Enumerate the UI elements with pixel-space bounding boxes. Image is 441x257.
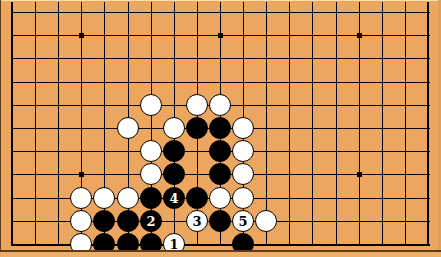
stone-white xyxy=(140,94,162,116)
stone-white xyxy=(163,117,185,139)
star-point xyxy=(357,33,362,38)
stone-black-move-4: 4 xyxy=(163,187,185,209)
frame-bevel-left xyxy=(0,0,1,257)
stone-white xyxy=(209,187,231,209)
stone-white xyxy=(93,187,115,209)
stone-white xyxy=(70,187,92,209)
stone-white xyxy=(117,117,139,139)
stone-black xyxy=(93,210,115,232)
frame-bevel-bottom-light xyxy=(0,252,441,257)
stone-white xyxy=(117,187,139,209)
grid-line-vertical xyxy=(312,2,313,246)
stone-white xyxy=(209,94,231,116)
stone-white-move-5: 5 xyxy=(232,210,254,232)
stone-black xyxy=(186,117,208,139)
stone-black-move-2: 2 xyxy=(140,210,162,232)
stone-white xyxy=(140,163,162,185)
stone-black xyxy=(163,163,185,185)
stone-white xyxy=(232,187,254,209)
star-point xyxy=(79,33,84,38)
star-point xyxy=(79,172,84,177)
stone-white xyxy=(186,94,208,116)
grid-line-horizontal xyxy=(11,58,430,59)
stone-white xyxy=(255,210,277,232)
stone-black xyxy=(163,140,185,162)
stone-white-move-3: 3 xyxy=(186,210,208,232)
stone-white xyxy=(232,163,254,185)
grid-line-vertical xyxy=(359,2,360,246)
grid-line-vertical xyxy=(427,2,429,246)
grid-line-vertical xyxy=(382,2,383,246)
grid-line-vertical xyxy=(289,2,290,246)
grid-line-vertical xyxy=(35,2,36,246)
stone-white xyxy=(232,117,254,139)
star-point xyxy=(218,33,223,38)
grid-line-horizontal xyxy=(11,82,430,83)
grid-line-horizontal xyxy=(11,12,430,13)
stone-black xyxy=(209,140,231,162)
stone-white xyxy=(232,140,254,162)
grid-line-vertical xyxy=(58,2,59,246)
stone-black xyxy=(186,187,208,209)
stone-black xyxy=(140,187,162,209)
grid-line-vertical xyxy=(336,2,337,246)
go-board: 42351 xyxy=(0,0,441,257)
stone-black xyxy=(209,117,231,139)
stone-black xyxy=(117,210,139,232)
stone-black xyxy=(209,210,231,232)
star-point xyxy=(357,172,362,177)
grid-line-vertical xyxy=(405,2,406,246)
go-diagram: 42351 xyxy=(0,0,441,257)
stone-black xyxy=(209,163,231,185)
stone-white xyxy=(70,210,92,232)
stone-white xyxy=(140,140,162,162)
frame-bevel-top xyxy=(0,0,441,1)
grid-line-vertical xyxy=(11,2,13,246)
